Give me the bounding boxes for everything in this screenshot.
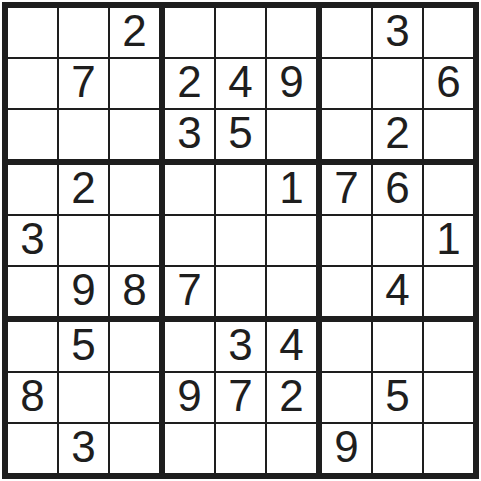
given-digit-cell-r8c6[interactable]: 2 <box>267 373 322 424</box>
empty-cell-r3c1[interactable] <box>8 110 59 165</box>
empty-cell-r3c3[interactable] <box>110 110 165 165</box>
given-digit-cell-r4c2[interactable]: 2 <box>59 165 110 216</box>
empty-cell-r7c1[interactable] <box>8 322 59 373</box>
given-digit-cell-r6c3[interactable]: 8 <box>110 267 165 322</box>
empty-cell-r9c6[interactable] <box>267 424 322 473</box>
empty-cell-r3c6[interactable] <box>267 110 322 165</box>
given-digit-cell-r2c2[interactable]: 7 <box>59 59 110 110</box>
given-digit-cell-r3c8[interactable]: 2 <box>373 110 424 165</box>
empty-cell-r3c7[interactable] <box>322 110 373 165</box>
given-digit-cell-r6c2[interactable]: 9 <box>59 267 110 322</box>
empty-cell-r1c9[interactable] <box>424 8 473 59</box>
given-digit-cell-r7c2[interactable]: 5 <box>59 322 110 373</box>
given-digit-cell-r8c4[interactable]: 9 <box>165 373 216 424</box>
empty-cell-r9c4[interactable] <box>165 424 216 473</box>
empty-cell-r9c9[interactable] <box>424 424 473 473</box>
empty-cell-r9c1[interactable] <box>8 424 59 473</box>
empty-cell-r1c6[interactable] <box>267 8 322 59</box>
given-digit-cell-r5c1[interactable]: 3 <box>8 216 59 267</box>
empty-cell-r8c9[interactable] <box>424 373 473 424</box>
given-digit-cell-r6c8[interactable]: 4 <box>373 267 424 322</box>
empty-cell-r4c4[interactable] <box>165 165 216 216</box>
empty-cell-r6c9[interactable] <box>424 267 473 322</box>
given-digit-cell-r1c3[interactable]: 2 <box>110 8 165 59</box>
empty-cell-r7c9[interactable] <box>424 322 473 373</box>
given-digit-cell-r9c2[interactable]: 3 <box>59 424 110 473</box>
empty-cell-r1c5[interactable] <box>216 8 267 59</box>
empty-cell-r5c7[interactable] <box>322 216 373 267</box>
empty-cell-r9c8[interactable] <box>373 424 424 473</box>
empty-cell-r5c2[interactable] <box>59 216 110 267</box>
empty-cell-r9c3[interactable] <box>110 424 165 473</box>
empty-cell-r1c2[interactable] <box>59 8 110 59</box>
empty-cell-r1c1[interactable] <box>8 8 59 59</box>
given-digit-cell-r3c4[interactable]: 3 <box>165 110 216 165</box>
empty-cell-r1c7[interactable] <box>322 8 373 59</box>
empty-cell-r5c3[interactable] <box>110 216 165 267</box>
page: 237249635221763198745348972539 <box>0 0 481 481</box>
empty-cell-r7c7[interactable] <box>322 322 373 373</box>
empty-cell-r5c8[interactable] <box>373 216 424 267</box>
empty-cell-r6c1[interactable] <box>8 267 59 322</box>
empty-cell-r3c9[interactable] <box>424 110 473 165</box>
given-digit-cell-r2c5[interactable]: 4 <box>216 59 267 110</box>
given-digit-cell-r4c6[interactable]: 1 <box>267 165 322 216</box>
empty-cell-r5c5[interactable] <box>216 216 267 267</box>
given-digit-cell-r8c5[interactable]: 7 <box>216 373 267 424</box>
empty-cell-r7c8[interactable] <box>373 322 424 373</box>
empty-cell-r2c8[interactable] <box>373 59 424 110</box>
empty-cell-r9c5[interactable] <box>216 424 267 473</box>
empty-cell-r4c9[interactable] <box>424 165 473 216</box>
empty-cell-r2c7[interactable] <box>322 59 373 110</box>
empty-cell-r2c1[interactable] <box>8 59 59 110</box>
given-digit-cell-r4c8[interactable]: 6 <box>373 165 424 216</box>
given-digit-cell-r5c9[interactable]: 1 <box>424 216 473 267</box>
given-digit-cell-r1c8[interactable]: 3 <box>373 8 424 59</box>
empty-cell-r2c3[interactable] <box>110 59 165 110</box>
sudoku-board: 237249635221763198745348972539 <box>2 2 479 479</box>
given-digit-cell-r7c6[interactable]: 4 <box>267 322 322 373</box>
empty-cell-r6c7[interactable] <box>322 267 373 322</box>
empty-cell-r8c3[interactable] <box>110 373 165 424</box>
given-digit-cell-r2c9[interactable]: 6 <box>424 59 473 110</box>
empty-cell-r7c3[interactable] <box>110 322 165 373</box>
empty-cell-r6c6[interactable] <box>267 267 322 322</box>
empty-cell-r7c4[interactable] <box>165 322 216 373</box>
given-digit-cell-r7c5[interactable]: 3 <box>216 322 267 373</box>
empty-cell-r1c4[interactable] <box>165 8 216 59</box>
empty-cell-r3c2[interactable] <box>59 110 110 165</box>
empty-cell-r8c7[interactable] <box>322 373 373 424</box>
empty-cell-r8c2[interactable] <box>59 373 110 424</box>
given-digit-cell-r4c7[interactable]: 7 <box>322 165 373 216</box>
given-digit-cell-r2c4[interactable]: 2 <box>165 59 216 110</box>
empty-cell-r4c3[interactable] <box>110 165 165 216</box>
given-digit-cell-r9c7[interactable]: 9 <box>322 424 373 473</box>
empty-cell-r4c5[interactable] <box>216 165 267 216</box>
given-digit-cell-r2c6[interactable]: 9 <box>267 59 322 110</box>
empty-cell-r4c1[interactable] <box>8 165 59 216</box>
given-digit-cell-r8c8[interactable]: 5 <box>373 373 424 424</box>
given-digit-cell-r8c1[interactable]: 8 <box>8 373 59 424</box>
given-digit-cell-r3c5[interactable]: 5 <box>216 110 267 165</box>
empty-cell-r5c6[interactable] <box>267 216 322 267</box>
empty-cell-r5c4[interactable] <box>165 216 216 267</box>
given-digit-cell-r6c4[interactable]: 7 <box>165 267 216 322</box>
empty-cell-r6c5[interactable] <box>216 267 267 322</box>
